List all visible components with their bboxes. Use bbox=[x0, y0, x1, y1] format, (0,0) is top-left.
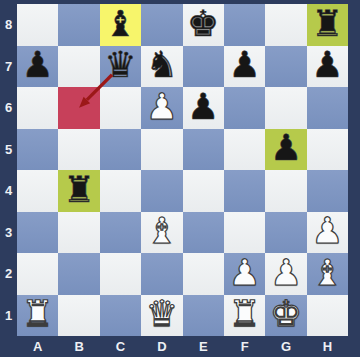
file-label-e: E bbox=[183, 337, 224, 356]
square-g4[interactable] bbox=[265, 170, 306, 212]
square-h7[interactable]: ♟ bbox=[307, 46, 348, 88]
square-c8[interactable]: ♝ bbox=[100, 4, 141, 46]
square-c6[interactable] bbox=[100, 87, 141, 129]
square-h2[interactable]: ♝ bbox=[307, 253, 348, 295]
white-rook[interactable]: ♜ bbox=[22, 296, 54, 332]
square-h3[interactable]: ♟ bbox=[307, 212, 348, 254]
square-d6[interactable]: ♟ bbox=[141, 87, 182, 129]
rank-label-3: 3 bbox=[0, 212, 17, 254]
square-a5[interactable] bbox=[17, 129, 58, 171]
file-label-b: B bbox=[58, 337, 99, 356]
square-d4[interactable] bbox=[141, 170, 182, 212]
square-c5[interactable] bbox=[100, 129, 141, 171]
white-pawn[interactable]: ♟ bbox=[146, 89, 178, 125]
black-pawn[interactable]: ♟ bbox=[22, 47, 54, 83]
white-bishop[interactable]: ♝ bbox=[311, 255, 343, 291]
square-c3[interactable] bbox=[100, 212, 141, 254]
white-pawn[interactable]: ♟ bbox=[229, 255, 261, 291]
square-b1[interactable] bbox=[58, 295, 99, 337]
file-label-c: C bbox=[100, 337, 141, 356]
file-label-d: D bbox=[141, 337, 182, 356]
white-king[interactable]: ♚ bbox=[270, 296, 302, 332]
square-e5[interactable] bbox=[183, 129, 224, 171]
square-e6[interactable]: ♟ bbox=[183, 87, 224, 129]
square-a3[interactable] bbox=[17, 212, 58, 254]
white-pawn[interactable]: ♟ bbox=[270, 255, 302, 291]
chess-board-panel: ♝♚♜♟♛♞♟♟♟♟♟♜♝♟♟♟♝♜♛♜♚ 87654321ABCDEFGH bbox=[0, 0, 360, 357]
rank-label-1: 1 bbox=[0, 295, 17, 337]
black-pawn[interactable]: ♟ bbox=[229, 47, 261, 83]
square-b4[interactable]: ♜ bbox=[58, 170, 99, 212]
rank-label-5: 5 bbox=[0, 129, 17, 171]
square-a1[interactable]: ♜ bbox=[17, 295, 58, 337]
square-a6[interactable] bbox=[17, 87, 58, 129]
square-f1[interactable]: ♜ bbox=[224, 295, 265, 337]
square-g6[interactable] bbox=[265, 87, 306, 129]
square-f3[interactable] bbox=[224, 212, 265, 254]
square-e1[interactable] bbox=[183, 295, 224, 337]
square-b8[interactable] bbox=[58, 4, 99, 46]
square-d3[interactable]: ♝ bbox=[141, 212, 182, 254]
square-d8[interactable] bbox=[141, 4, 182, 46]
square-c2[interactable] bbox=[100, 253, 141, 295]
black-pawn[interactable]: ♟ bbox=[311, 47, 343, 83]
chess-board[interactable]: ♝♚♜♟♛♞♟♟♟♟♟♜♝♟♟♟♝♜♛♜♚ bbox=[17, 4, 348, 336]
square-a4[interactable] bbox=[17, 170, 58, 212]
square-b5[interactable] bbox=[58, 129, 99, 171]
square-f5[interactable] bbox=[224, 129, 265, 171]
square-d1[interactable]: ♛ bbox=[141, 295, 182, 337]
white-queen[interactable]: ♛ bbox=[146, 296, 178, 332]
square-g3[interactable] bbox=[265, 212, 306, 254]
square-g7[interactable] bbox=[265, 46, 306, 88]
square-f8[interactable] bbox=[224, 4, 265, 46]
square-e8[interactable]: ♚ bbox=[183, 4, 224, 46]
black-pawn[interactable]: ♟ bbox=[270, 130, 302, 166]
white-bishop[interactable]: ♝ bbox=[146, 213, 178, 249]
rank-label-8: 8 bbox=[0, 4, 17, 46]
square-d5[interactable] bbox=[141, 129, 182, 171]
square-g5[interactable]: ♟ bbox=[265, 129, 306, 171]
square-g2[interactable]: ♟ bbox=[265, 253, 306, 295]
square-e2[interactable] bbox=[183, 253, 224, 295]
square-h6[interactable] bbox=[307, 87, 348, 129]
square-f6[interactable] bbox=[224, 87, 265, 129]
black-bishop[interactable]: ♝ bbox=[104, 6, 136, 42]
square-h5[interactable] bbox=[307, 129, 348, 171]
square-c7[interactable]: ♛ bbox=[100, 46, 141, 88]
rank-label-2: 2 bbox=[0, 253, 17, 295]
square-d7[interactable]: ♞ bbox=[141, 46, 182, 88]
square-c4[interactable] bbox=[100, 170, 141, 212]
square-e7[interactable] bbox=[183, 46, 224, 88]
square-h4[interactable] bbox=[307, 170, 348, 212]
square-b6[interactable] bbox=[58, 87, 99, 129]
square-h8[interactable]: ♜ bbox=[307, 4, 348, 46]
square-e3[interactable] bbox=[183, 212, 224, 254]
square-g1[interactable]: ♚ bbox=[265, 295, 306, 337]
square-a8[interactable] bbox=[17, 4, 58, 46]
file-label-g: G bbox=[265, 337, 306, 356]
square-d2[interactable] bbox=[141, 253, 182, 295]
square-a2[interactable] bbox=[17, 253, 58, 295]
file-label-h: H bbox=[307, 337, 348, 356]
square-b2[interactable] bbox=[58, 253, 99, 295]
black-rook[interactable]: ♜ bbox=[311, 6, 343, 42]
rank-label-7: 7 bbox=[0, 46, 17, 88]
square-a7[interactable]: ♟ bbox=[17, 46, 58, 88]
black-queen[interactable]: ♛ bbox=[104, 47, 136, 83]
black-king[interactable]: ♚ bbox=[187, 6, 219, 42]
file-label-a: A bbox=[17, 337, 58, 356]
black-knight[interactable]: ♞ bbox=[146, 47, 178, 83]
square-f4[interactable] bbox=[224, 170, 265, 212]
rank-label-6: 6 bbox=[0, 87, 17, 129]
square-c1[interactable] bbox=[100, 295, 141, 337]
white-rook[interactable]: ♜ bbox=[229, 296, 261, 332]
black-pawn[interactable]: ♟ bbox=[187, 89, 219, 125]
square-e4[interactable] bbox=[183, 170, 224, 212]
square-b3[interactable] bbox=[58, 212, 99, 254]
square-h1[interactable] bbox=[307, 295, 348, 337]
file-label-f: F bbox=[224, 337, 265, 356]
square-b7[interactable] bbox=[58, 46, 99, 88]
black-rook[interactable]: ♜ bbox=[63, 172, 95, 208]
square-f2[interactable]: ♟ bbox=[224, 253, 265, 295]
white-pawn[interactable]: ♟ bbox=[311, 213, 343, 249]
square-g8[interactable] bbox=[265, 4, 306, 46]
rank-label-4: 4 bbox=[0, 170, 17, 212]
square-f7[interactable]: ♟ bbox=[224, 46, 265, 88]
